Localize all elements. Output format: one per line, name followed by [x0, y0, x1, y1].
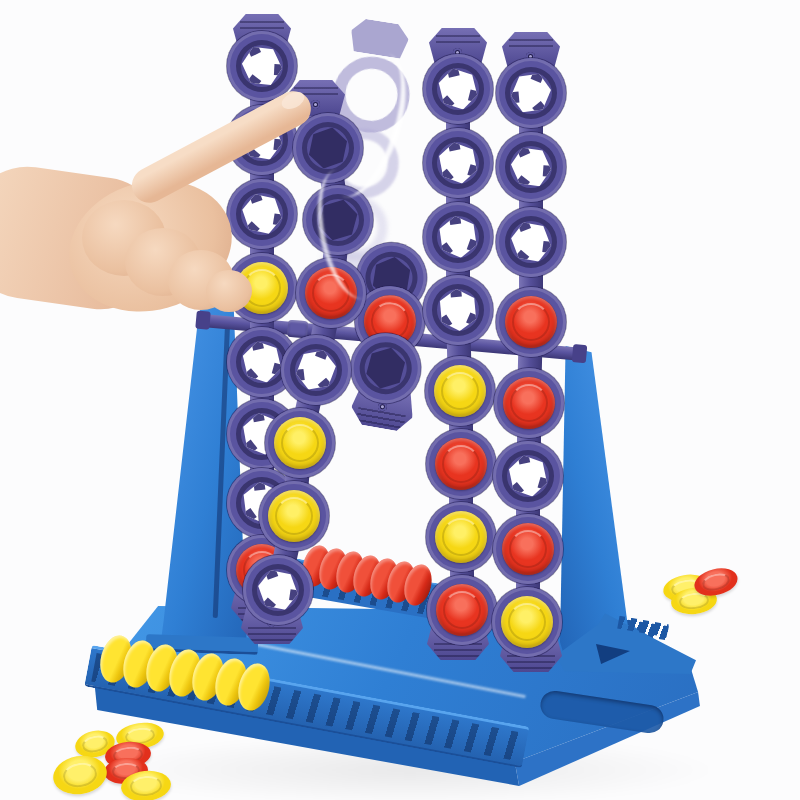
connect-4-spin-scene: [0, 0, 800, 800]
loose-yellow-disc[interactable]: [50, 752, 110, 799]
